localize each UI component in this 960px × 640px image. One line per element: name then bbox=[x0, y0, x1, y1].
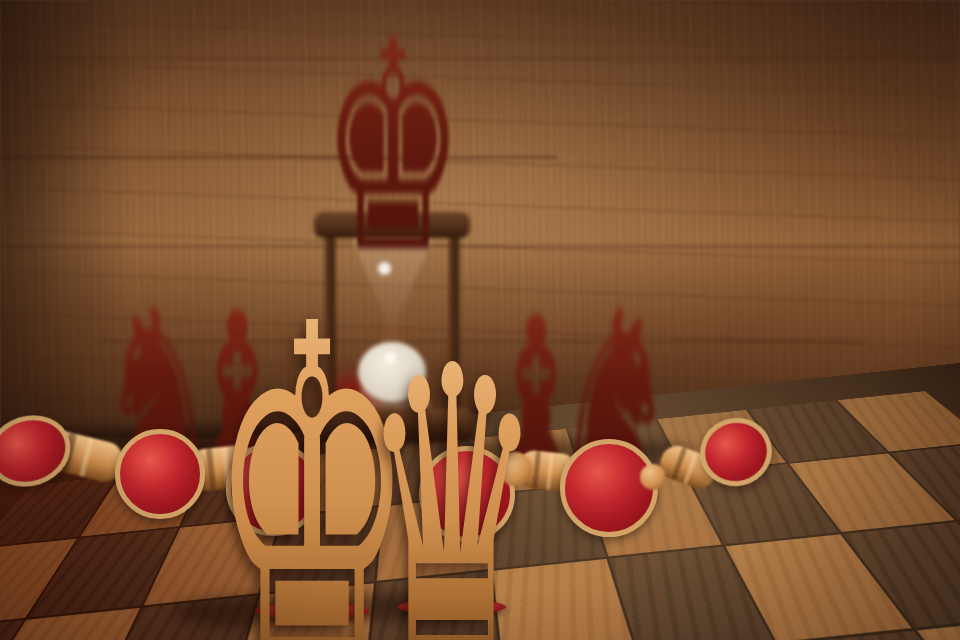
wood-queen-foreground[interactable]: ♛ bbox=[361, 316, 543, 640]
photo-chess-scene: ♚♞♝♝♞♚♛ bbox=[0, 0, 960, 640]
pieces-layer: ♚♞♝♝♞♚♛ bbox=[0, 0, 960, 640]
fallen-pawn-6-head bbox=[640, 464, 666, 490]
